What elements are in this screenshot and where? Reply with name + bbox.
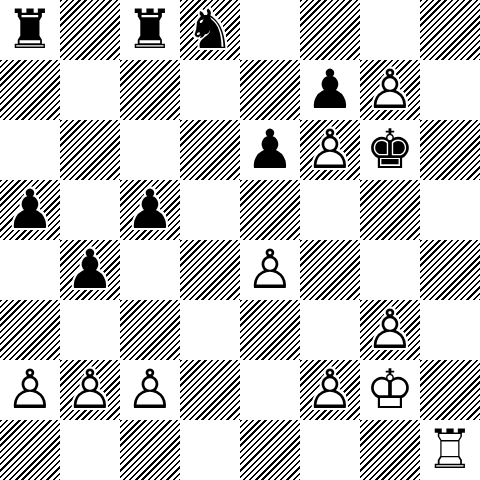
square-c8[interactable]: ♜♜ — [120, 0, 180, 60]
square-d3[interactable] — [180, 300, 240, 360]
chess-board: ♜♜♜♜♞♞♟♟♟♙♟♟♟♙♚♚♟♟♟♟♟♟♟♙♟♙♟♙♟♙♟♙♟♙♚♔♜♖ — [0, 0, 480, 480]
square-f8[interactable] — [300, 0, 360, 60]
square-g4[interactable] — [360, 240, 420, 300]
square-c7[interactable] — [120, 60, 180, 120]
square-h6[interactable] — [420, 120, 480, 180]
piece-white-pawn[interactable]: ♟♙ — [300, 360, 360, 420]
square-g2[interactable]: ♚♔ — [360, 360, 420, 420]
piece-black-rook[interactable]: ♜♜ — [0, 0, 60, 60]
square-c1[interactable] — [120, 420, 180, 480]
square-e3[interactable] — [240, 300, 300, 360]
white-pawn-icon: ♙ — [300, 120, 360, 180]
piece-white-pawn[interactable]: ♟♙ — [120, 360, 180, 420]
piece-black-pawn[interactable]: ♟♟ — [60, 240, 120, 300]
square-f4[interactable] — [300, 240, 360, 300]
square-a5[interactable]: ♟♟ — [0, 180, 60, 240]
white-pawn-icon: ♙ — [360, 60, 420, 120]
square-h3[interactable] — [420, 300, 480, 360]
square-c4[interactable] — [120, 240, 180, 300]
black-pawn-icon: ♟ — [120, 180, 180, 240]
square-a7[interactable] — [0, 60, 60, 120]
square-f5[interactable] — [300, 180, 360, 240]
piece-black-rook[interactable]: ♜♜ — [120, 0, 180, 60]
white-rook-icon: ♖ — [420, 420, 480, 480]
piece-black-pawn[interactable]: ♟♟ — [240, 120, 300, 180]
square-e8[interactable] — [240, 0, 300, 60]
chess-board-diagram: ♜♜♜♜♞♞♟♟♟♙♟♟♟♙♚♚♟♟♟♟♟♟♟♙♟♙♟♙♟♙♟♙♟♙♚♔♜♖ — [0, 0, 480, 480]
square-e7[interactable] — [240, 60, 300, 120]
square-a8[interactable]: ♜♜ — [0, 0, 60, 60]
white-pawn-icon: ♙ — [120, 360, 180, 420]
black-pawn-icon: ♟ — [0, 180, 60, 240]
square-g8[interactable] — [360, 0, 420, 60]
piece-black-pawn[interactable]: ♟♟ — [120, 180, 180, 240]
piece-white-pawn[interactable]: ♟♙ — [60, 360, 120, 420]
square-e4[interactable]: ♟♙ — [240, 240, 300, 300]
square-h4[interactable] — [420, 240, 480, 300]
square-g6[interactable]: ♚♚ — [360, 120, 420, 180]
piece-white-pawn[interactable]: ♟♙ — [360, 60, 420, 120]
square-f1[interactable] — [300, 420, 360, 480]
square-g5[interactable] — [360, 180, 420, 240]
square-g7[interactable]: ♟♙ — [360, 60, 420, 120]
piece-white-pawn[interactable]: ♟♙ — [300, 120, 360, 180]
square-a2[interactable]: ♟♙ — [0, 360, 60, 420]
white-pawn-icon: ♙ — [60, 360, 120, 420]
square-b2[interactable]: ♟♙ — [60, 360, 120, 420]
square-d4[interactable] — [180, 240, 240, 300]
square-d7[interactable] — [180, 60, 240, 120]
square-d5[interactable] — [180, 180, 240, 240]
square-h2[interactable] — [420, 360, 480, 420]
square-e2[interactable] — [240, 360, 300, 420]
piece-black-king[interactable]: ♚♚ — [360, 120, 420, 180]
square-b5[interactable] — [60, 180, 120, 240]
square-b8[interactable] — [60, 0, 120, 60]
square-d2[interactable] — [180, 360, 240, 420]
square-d1[interactable] — [180, 420, 240, 480]
square-c3[interactable] — [120, 300, 180, 360]
square-b7[interactable] — [60, 60, 120, 120]
black-pawn-icon: ♟ — [240, 120, 300, 180]
piece-white-king[interactable]: ♚♔ — [360, 360, 420, 420]
piece-black-pawn[interactable]: ♟♟ — [0, 180, 60, 240]
square-f6[interactable]: ♟♙ — [300, 120, 360, 180]
piece-white-pawn[interactable]: ♟♙ — [360, 300, 420, 360]
piece-white-rook[interactable]: ♜♖ — [420, 420, 480, 480]
square-e5[interactable] — [240, 180, 300, 240]
white-pawn-icon: ♙ — [0, 360, 60, 420]
square-b4[interactable]: ♟♟ — [60, 240, 120, 300]
square-d8[interactable]: ♞♞ — [180, 0, 240, 60]
square-c6[interactable] — [120, 120, 180, 180]
black-king-icon: ♚ — [360, 120, 420, 180]
square-h7[interactable] — [420, 60, 480, 120]
square-g3[interactable]: ♟♙ — [360, 300, 420, 360]
black-pawn-icon: ♟ — [60, 240, 120, 300]
square-a3[interactable] — [0, 300, 60, 360]
square-f3[interactable] — [300, 300, 360, 360]
square-c2[interactable]: ♟♙ — [120, 360, 180, 420]
black-rook-icon: ♜ — [120, 0, 180, 60]
white-pawn-icon: ♙ — [300, 360, 360, 420]
black-knight-icon: ♞ — [180, 0, 240, 60]
white-pawn-icon: ♙ — [240, 240, 300, 300]
square-e1[interactable] — [240, 420, 300, 480]
square-a1[interactable] — [0, 420, 60, 480]
square-f2[interactable]: ♟♙ — [300, 360, 360, 420]
white-pawn-icon: ♙ — [360, 300, 420, 360]
square-g1[interactable] — [360, 420, 420, 480]
square-b3[interactable] — [60, 300, 120, 360]
black-rook-icon: ♜ — [0, 0, 60, 60]
square-a6[interactable] — [0, 120, 60, 180]
square-b6[interactable] — [60, 120, 120, 180]
black-pawn-icon: ♟ — [300, 60, 360, 120]
piece-white-pawn[interactable]: ♟♙ — [0, 360, 60, 420]
square-c5[interactable]: ♟♟ — [120, 180, 180, 240]
square-h8[interactable] — [420, 0, 480, 60]
square-a4[interactable] — [0, 240, 60, 300]
square-d6[interactable] — [180, 120, 240, 180]
piece-white-pawn[interactable]: ♟♙ — [240, 240, 300, 300]
square-f7[interactable]: ♟♟ — [300, 60, 360, 120]
square-h5[interactable] — [420, 180, 480, 240]
piece-black-knight[interactable]: ♞♞ — [180, 0, 240, 60]
white-king-icon: ♔ — [360, 360, 420, 420]
square-b1[interactable] — [60, 420, 120, 480]
square-e6[interactable]: ♟♟ — [240, 120, 300, 180]
piece-black-pawn[interactable]: ♟♟ — [300, 60, 360, 120]
square-h1[interactable]: ♜♖ — [420, 420, 480, 480]
